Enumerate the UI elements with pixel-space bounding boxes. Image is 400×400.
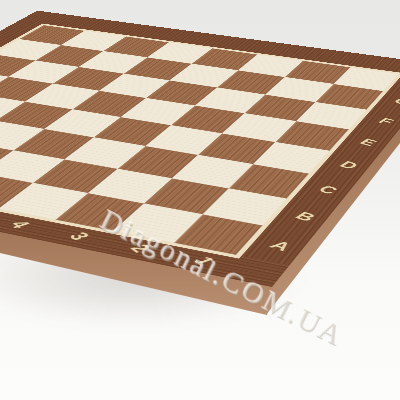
product-photo-stage: ABCDEFGH12345678 Diagonal.COM.UA bbox=[0, 0, 400, 400]
chess-board: ABCDEFGH12345678 bbox=[0, 11, 400, 287]
